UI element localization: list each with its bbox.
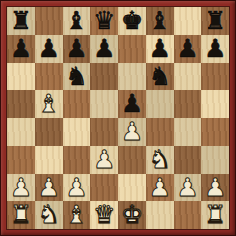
square-d8[interactable]: ♛: [90, 7, 118, 35]
square-e2[interactable]: [118, 174, 146, 202]
square-e7[interactable]: [118, 35, 146, 63]
square-f5[interactable]: [146, 90, 174, 118]
piece-white-pawn[interactable]: ♟: [121, 118, 143, 146]
square-f7[interactable]: ♟: [146, 35, 174, 63]
square-h7[interactable]: ♟: [201, 35, 229, 63]
square-c2[interactable]: ♟: [63, 174, 91, 202]
square-c5[interactable]: [63, 90, 91, 118]
square-a7[interactable]: ♟: [7, 35, 35, 63]
square-a6[interactable]: [7, 63, 35, 91]
piece-black-pawn[interactable]: ♟: [10, 35, 32, 63]
square-h8[interactable]: ♜: [201, 7, 229, 35]
square-g3[interactable]: [174, 146, 202, 174]
square-c6[interactable]: ♞: [63, 63, 91, 91]
piece-black-rook[interactable]: ♜: [10, 7, 32, 35]
piece-white-queen[interactable]: ♛: [93, 201, 115, 229]
piece-white-king[interactable]: ♚: [121, 201, 143, 229]
square-d6[interactable]: [90, 63, 118, 91]
square-h2[interactable]: ♟: [201, 174, 229, 202]
square-c7[interactable]: ♟: [63, 35, 91, 63]
piece-white-pawn[interactable]: ♟: [148, 174, 170, 202]
square-g8[interactable]: [174, 7, 202, 35]
square-d1[interactable]: ♛: [90, 201, 118, 229]
piece-black-rook[interactable]: ♜: [204, 7, 226, 35]
square-g4[interactable]: [174, 118, 202, 146]
square-b5[interactable]: ♝: [35, 90, 63, 118]
piece-black-pawn[interactable]: ♟: [176, 35, 198, 63]
square-e5[interactable]: ♟: [118, 90, 146, 118]
square-d5[interactable]: [90, 90, 118, 118]
square-c3[interactable]: [63, 146, 91, 174]
piece-white-pawn[interactable]: ♟: [93, 146, 115, 174]
piece-white-pawn[interactable]: ♟: [176, 174, 198, 202]
piece-white-rook[interactable]: ♜: [10, 201, 32, 229]
square-g1[interactable]: [174, 201, 202, 229]
square-g7[interactable]: ♟: [174, 35, 202, 63]
square-b1[interactable]: ♞: [35, 201, 63, 229]
square-a1[interactable]: ♜: [7, 201, 35, 229]
square-e8[interactable]: ♚: [118, 7, 146, 35]
square-d7[interactable]: ♟: [90, 35, 118, 63]
piece-white-knight[interactable]: ♞: [148, 146, 170, 174]
piece-black-pawn[interactable]: ♟: [121, 90, 143, 118]
piece-black-bishop[interactable]: ♝: [65, 7, 87, 35]
square-e4[interactable]: ♟: [118, 118, 146, 146]
square-f2[interactable]: ♟: [146, 174, 174, 202]
square-g6[interactable]: [174, 63, 202, 91]
piece-black-pawn[interactable]: ♟: [204, 35, 226, 63]
square-h5[interactable]: [201, 90, 229, 118]
piece-black-pawn[interactable]: ♟: [65, 35, 87, 63]
square-b3[interactable]: [35, 146, 63, 174]
square-f1[interactable]: [146, 201, 174, 229]
piece-white-bishop[interactable]: ♝: [37, 90, 59, 118]
square-b6[interactable]: [35, 63, 63, 91]
square-f4[interactable]: [146, 118, 174, 146]
piece-black-pawn[interactable]: ♟: [93, 35, 115, 63]
square-e6[interactable]: [118, 63, 146, 91]
square-h4[interactable]: [201, 118, 229, 146]
piece-black-knight[interactable]: ♞: [148, 63, 170, 91]
square-f8[interactable]: ♝: [146, 7, 174, 35]
square-b7[interactable]: ♟: [35, 35, 63, 63]
square-f6[interactable]: ♞: [146, 63, 174, 91]
square-f3[interactable]: ♞: [146, 146, 174, 174]
board-frame: ♜♝♛♚♝♜♟♟♟♟♟♟♟♞♞♝♟♟♟♞♟♟♟♟♟♟♜♞♝♛♚♜: [0, 0, 236, 236]
square-c4[interactable]: [63, 118, 91, 146]
square-b4[interactable]: [35, 118, 63, 146]
square-a2[interactable]: ♟: [7, 174, 35, 202]
piece-white-knight[interactable]: ♞: [37, 201, 59, 229]
square-g5[interactable]: [174, 90, 202, 118]
piece-black-bishop[interactable]: ♝: [148, 7, 170, 35]
square-h1[interactable]: ♜: [201, 201, 229, 229]
piece-black-pawn[interactable]: ♟: [148, 35, 170, 63]
piece-white-rook[interactable]: ♜: [204, 201, 226, 229]
square-d4[interactable]: [90, 118, 118, 146]
square-b8[interactable]: [35, 7, 63, 35]
piece-black-queen[interactable]: ♛: [93, 7, 115, 35]
square-c1[interactable]: ♝: [63, 201, 91, 229]
square-g2[interactable]: ♟: [174, 174, 202, 202]
piece-white-pawn[interactable]: ♟: [65, 174, 87, 202]
square-a3[interactable]: [7, 146, 35, 174]
piece-white-pawn[interactable]: ♟: [37, 174, 59, 202]
square-a4[interactable]: [7, 118, 35, 146]
square-e1[interactable]: ♚: [118, 201, 146, 229]
square-d3[interactable]: ♟: [90, 146, 118, 174]
square-a5[interactable]: [7, 90, 35, 118]
square-e3[interactable]: [118, 146, 146, 174]
piece-white-bishop[interactable]: ♝: [65, 201, 87, 229]
square-d2[interactable]: [90, 174, 118, 202]
square-b2[interactable]: ♟: [35, 174, 63, 202]
piece-white-pawn[interactable]: ♟: [204, 174, 226, 202]
piece-black-king[interactable]: ♚: [121, 7, 143, 35]
chess-board: ♜♝♛♚♝♜♟♟♟♟♟♟♟♞♞♝♟♟♟♞♟♟♟♟♟♟♜♞♝♛♚♜: [7, 7, 229, 229]
square-h3[interactable]: [201, 146, 229, 174]
square-c8[interactable]: ♝: [63, 7, 91, 35]
square-a8[interactable]: ♜: [7, 7, 35, 35]
piece-white-pawn[interactable]: ♟: [10, 174, 32, 202]
square-h6[interactable]: [201, 63, 229, 91]
piece-black-knight[interactable]: ♞: [65, 63, 87, 91]
piece-black-pawn[interactable]: ♟: [37, 35, 59, 63]
